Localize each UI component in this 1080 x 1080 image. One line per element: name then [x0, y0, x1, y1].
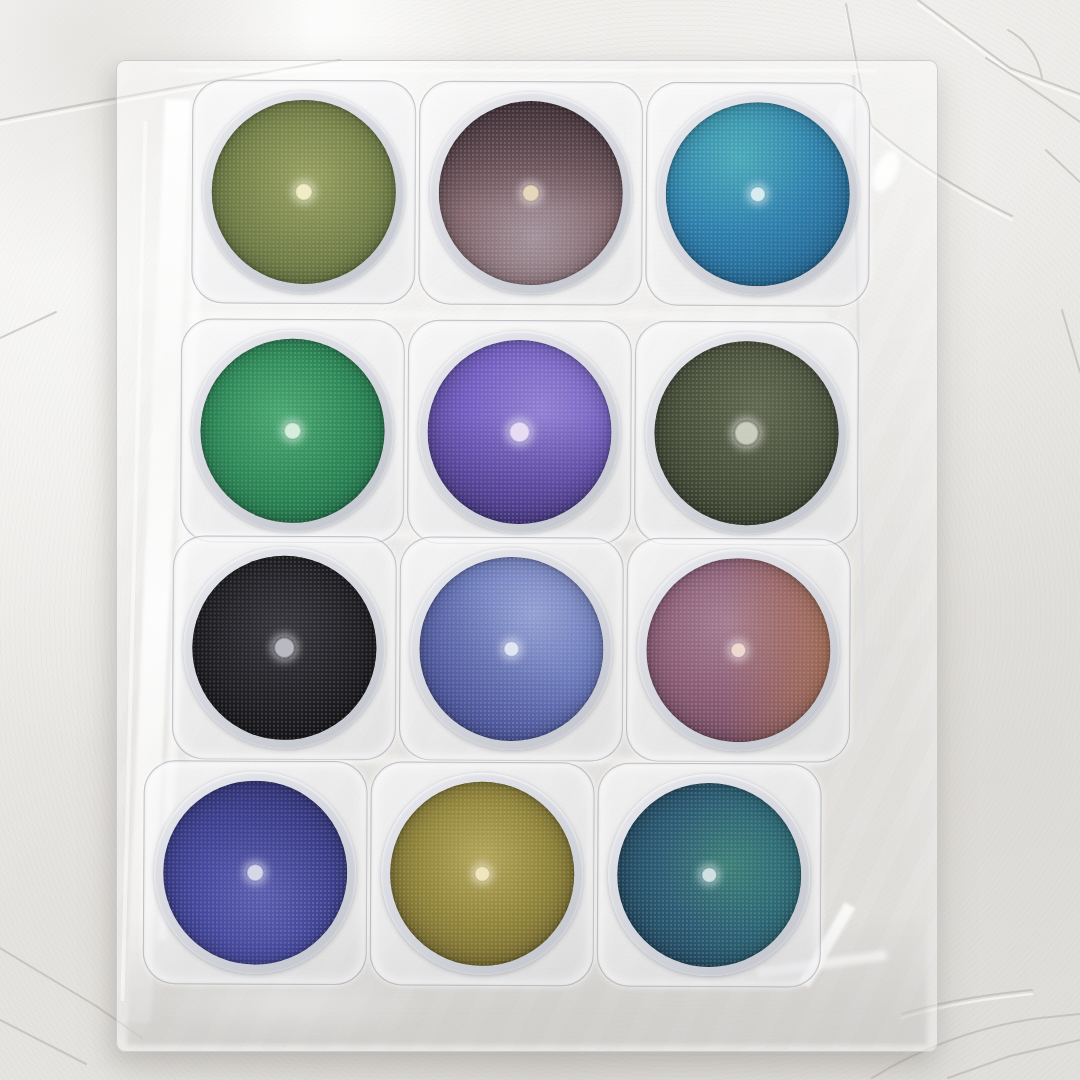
- center-reflection-speck: [733, 420, 759, 446]
- pigment-pot-olive-gold: [191, 79, 416, 304]
- tray-row: [143, 760, 822, 988]
- pot-rim: [154, 771, 357, 974]
- pot-rim: [429, 92, 632, 295]
- pigment-powder: [654, 341, 839, 526]
- pot-rim: [183, 546, 386, 749]
- pot-rim: [418, 331, 621, 534]
- photo-stage: [0, 0, 1080, 1080]
- pigment-powder: [390, 781, 575, 966]
- center-reflection-speck: [273, 637, 295, 659]
- transparent-plastic-bag: [116, 60, 938, 1052]
- bag-top-edge-glint: [177, 69, 877, 72]
- tray-row: [180, 318, 859, 546]
- pigment-powder: [211, 99, 396, 284]
- center-reflection-speck: [295, 183, 313, 201]
- pigment-pot-gold-olive: [370, 761, 595, 986]
- center-reflection-speck: [283, 422, 301, 440]
- pigment-powder: [665, 102, 850, 287]
- center-reflection-speck: [750, 186, 766, 202]
- pigment-powder: [646, 558, 831, 743]
- pot-rim: [637, 549, 840, 752]
- center-reflection-speck: [508, 421, 530, 443]
- pot-rim: [645, 332, 848, 535]
- center-reflection-speck: [503, 641, 519, 657]
- center-reflection-speck: [522, 184, 540, 202]
- pot-rim: [191, 329, 394, 532]
- bag-right-flap-glint: [867, 146, 906, 195]
- pigment-powder: [617, 783, 802, 968]
- pigment-pot-violet-purple: [407, 319, 632, 544]
- pigment-pot-indigo-blue-violet: [143, 760, 368, 985]
- center-reflection-speck: [701, 867, 717, 883]
- pigment-powder: [438, 101, 623, 286]
- pigment-pot-mauve-taupe: [418, 81, 643, 306]
- pigment-pot-periwinkle-blue: [399, 536, 624, 761]
- pot-rim: [656, 93, 859, 296]
- pot-rim: [381, 772, 584, 975]
- pigment-pot-rose-mauve-copper: [626, 538, 851, 763]
- tray-row: [172, 535, 851, 763]
- pigment-powder: [419, 557, 604, 742]
- pot-rim: [410, 547, 613, 750]
- pigment-powder: [200, 338, 385, 523]
- pigment-pot-teal-blue: [645, 82, 870, 307]
- pigment-pot-dark-olive-green: [634, 321, 859, 546]
- center-reflection-speck: [246, 864, 264, 882]
- tray-row: [191, 79, 870, 307]
- pigment-powder: [163, 780, 348, 965]
- pigment-pot-emerald-green: [180, 318, 405, 543]
- pigment-pot-tray: [169, 79, 852, 988]
- pigment-powder: [192, 555, 377, 740]
- pot-rim: [608, 774, 811, 977]
- center-reflection-speck: [474, 866, 490, 882]
- pigment-powder: [427, 340, 612, 525]
- pot-rim: [202, 90, 405, 293]
- center-reflection-speck: [730, 642, 746, 658]
- pigment-pot-black: [172, 535, 397, 760]
- pigment-pot-dark-teal-green: [597, 762, 822, 987]
